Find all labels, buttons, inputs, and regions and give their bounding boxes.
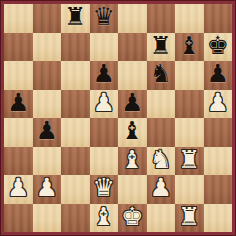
square-f8[interactable] xyxy=(147,4,176,33)
square-a2[interactable]: ♟ xyxy=(4,175,33,204)
square-b5[interactable] xyxy=(33,90,62,119)
square-h3[interactable] xyxy=(204,147,233,176)
square-e3[interactable]: ♝ xyxy=(118,147,147,176)
black-queen: ♛ xyxy=(93,4,115,31)
square-a8[interactable] xyxy=(4,4,33,33)
square-f2[interactable]: ♟ xyxy=(147,175,176,204)
black-pawn: ♟ xyxy=(207,61,229,88)
square-b2[interactable]: ♟ xyxy=(33,175,62,204)
square-a3[interactable] xyxy=(4,147,33,176)
square-a7[interactable] xyxy=(4,33,33,62)
black-pawn: ♟ xyxy=(7,90,29,117)
square-f5[interactable] xyxy=(147,90,176,119)
square-c1[interactable] xyxy=(61,204,90,233)
square-b6[interactable] xyxy=(33,61,62,90)
white-bishop: ♝ xyxy=(93,204,115,231)
square-c7[interactable] xyxy=(61,33,90,62)
square-h5[interactable]: ♟ xyxy=(204,90,233,119)
square-g8[interactable] xyxy=(175,4,204,33)
square-d1[interactable]: ♝ xyxy=(90,204,119,233)
white-rook: ♜ xyxy=(178,147,200,174)
square-g1[interactable]: ♜ xyxy=(175,204,204,233)
square-g5[interactable] xyxy=(175,90,204,119)
square-d7[interactable] xyxy=(90,33,119,62)
white-pawn: ♟ xyxy=(7,175,29,202)
black-bishop: ♝ xyxy=(121,118,143,145)
square-e4[interactable]: ♝ xyxy=(118,118,147,147)
white-pawn: ♟ xyxy=(93,90,115,117)
square-f6[interactable]: ♞ xyxy=(147,61,176,90)
white-pawn: ♟ xyxy=(150,175,172,202)
square-e8[interactable] xyxy=(118,4,147,33)
square-f3[interactable]: ♞ xyxy=(147,147,176,176)
white-pawn: ♟ xyxy=(207,90,229,117)
square-h8[interactable] xyxy=(204,4,233,33)
square-c6[interactable] xyxy=(61,61,90,90)
square-d8[interactable]: ♛ xyxy=(90,4,119,33)
square-g4[interactable] xyxy=(175,118,204,147)
square-b3[interactable] xyxy=(33,147,62,176)
white-queen: ♛ xyxy=(93,175,115,202)
black-pawn: ♟ xyxy=(93,61,115,88)
white-bishop: ♝ xyxy=(121,147,143,174)
square-b7[interactable] xyxy=(33,33,62,62)
black-rook: ♜ xyxy=(150,33,172,60)
chess-board-frame: ♜♛♜♝♚♟♞♟♟♟♟♟♟♝♝♞♜♟♟♛♟♝♚♜ xyxy=(0,0,236,236)
square-g6[interactable] xyxy=(175,61,204,90)
square-c3[interactable] xyxy=(61,147,90,176)
white-pawn: ♟ xyxy=(36,175,58,202)
black-king: ♚ xyxy=(207,33,229,60)
white-king: ♚ xyxy=(121,204,143,231)
square-d3[interactable] xyxy=(90,147,119,176)
square-a5[interactable]: ♟ xyxy=(4,90,33,119)
square-f1[interactable] xyxy=(147,204,176,233)
black-knight: ♞ xyxy=(150,61,172,88)
square-d5[interactable]: ♟ xyxy=(90,90,119,119)
square-h7[interactable]: ♚ xyxy=(204,33,233,62)
square-h2[interactable] xyxy=(204,175,233,204)
square-e2[interactable] xyxy=(118,175,147,204)
square-d4[interactable] xyxy=(90,118,119,147)
square-a1[interactable] xyxy=(4,204,33,233)
black-pawn: ♟ xyxy=(36,118,58,145)
square-b8[interactable] xyxy=(33,4,62,33)
white-rook: ♜ xyxy=(178,204,200,231)
square-h4[interactable] xyxy=(204,118,233,147)
square-h1[interactable] xyxy=(204,204,233,233)
white-knight: ♞ xyxy=(150,147,172,174)
square-e5[interactable]: ♟ xyxy=(118,90,147,119)
black-rook: ♜ xyxy=(64,4,86,31)
black-bishop: ♝ xyxy=(178,33,200,60)
square-e1[interactable]: ♚ xyxy=(118,204,147,233)
square-f7[interactable]: ♜ xyxy=(147,33,176,62)
square-b4[interactable]: ♟ xyxy=(33,118,62,147)
square-a4[interactable] xyxy=(4,118,33,147)
square-c8[interactable]: ♜ xyxy=(61,4,90,33)
square-a6[interactable] xyxy=(4,61,33,90)
square-c5[interactable] xyxy=(61,90,90,119)
black-pawn: ♟ xyxy=(121,90,143,117)
square-g7[interactable]: ♝ xyxy=(175,33,204,62)
square-e6[interactable] xyxy=(118,61,147,90)
square-h6[interactable]: ♟ xyxy=(204,61,233,90)
square-b1[interactable] xyxy=(33,204,62,233)
square-d6[interactable]: ♟ xyxy=(90,61,119,90)
square-c4[interactable] xyxy=(61,118,90,147)
square-g2[interactable] xyxy=(175,175,204,204)
square-d2[interactable]: ♛ xyxy=(90,175,119,204)
chess-board: ♜♛♜♝♚♟♞♟♟♟♟♟♟♝♝♞♜♟♟♛♟♝♚♜ xyxy=(4,4,232,232)
square-g3[interactable]: ♜ xyxy=(175,147,204,176)
square-f4[interactable] xyxy=(147,118,176,147)
square-e7[interactable] xyxy=(118,33,147,62)
square-c2[interactable] xyxy=(61,175,90,204)
